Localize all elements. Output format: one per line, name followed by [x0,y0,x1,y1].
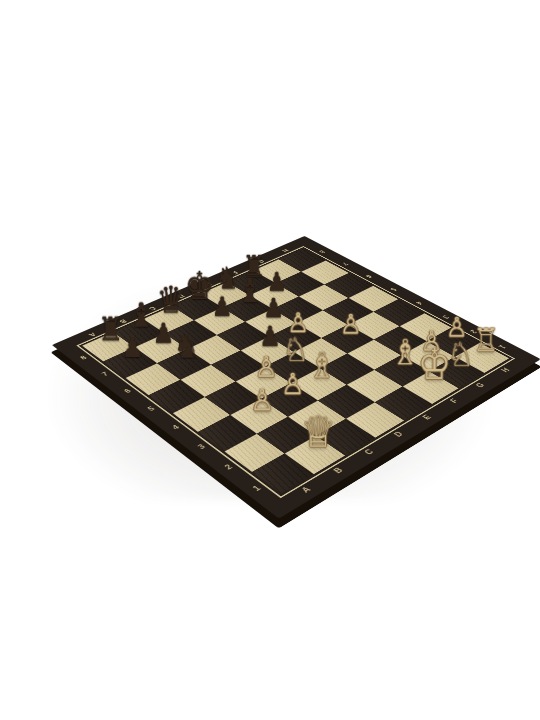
piece-black-knight-b6[interactable]: ♞ [160,327,212,366]
board-grid: ♜♝♛♚♞♜♟♟♟♝♟♞♟♟♙♙♘♙♙♙♗♗♙♙♕♔♘♖ [82,249,509,494]
piece-white-pawn-f4[interactable]: ♙ [325,308,375,340]
piece-white-queen-b1[interactable]: ♕ [289,407,346,457]
piece-black-pawn-d7[interactable]: ♟ [197,291,246,322]
chess-board: ♜♝♛♚♞♜♟♟♟♝♟♞♟♟♙♙♘♙♙♙♗♗♙♙♕♔♘♖ AA88BB77CC6… [52,236,540,519]
piece-black-pawn-a7[interactable]: ♟ [106,331,158,364]
scene: ♜♝♛♚♞♜♟♟♟♝♟♞♟♟♙♙♘♙♙♙♗♗♙♙♕♔♘♖ AA88BB77CC6… [0,0,540,720]
piece-white-pawn-b3[interactable]: ♙ [234,382,289,417]
coord-rank-left-8: 8 [72,351,96,364]
chess-product-photo: ♜♝♛♚♞♜♟♟♟♝♟♞♟♟♙♙♘♙♙♙♗♗♙♙♕♔♘♖ AA88BB77CC6… [0,0,540,720]
piece-white-king-f1[interactable]: ♔ [407,340,460,389]
